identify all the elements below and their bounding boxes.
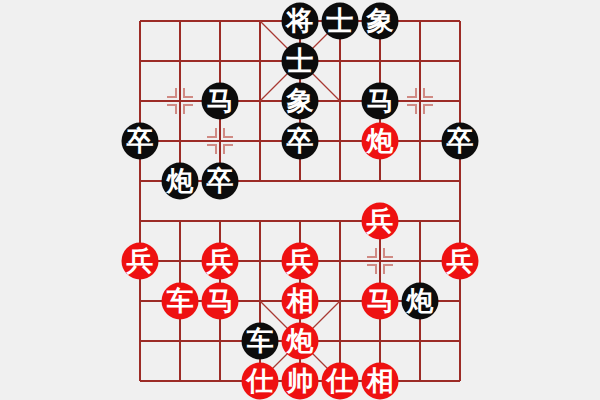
piece-glyph: 卒 (207, 167, 234, 194)
piece-glyph: 马 (207, 287, 234, 314)
piece-red-cannon[interactable]: 炮 (282, 323, 319, 360)
piece-glyph: 卒 (287, 127, 314, 154)
piece-red-pawn[interactable]: 兵 (362, 203, 399, 240)
piece-glyph: 相 (287, 287, 314, 314)
piece-glyph: 车 (247, 327, 274, 354)
piece-glyph: 马 (367, 87, 394, 114)
piece-glyph: 炮 (407, 287, 434, 314)
piece-glyph: 卒 (447, 127, 474, 154)
piece-black-advisor[interactable]: 士 (282, 43, 319, 80)
piece-glyph: 马 (207, 87, 234, 114)
piece-red-horse[interactable]: 马 (362, 283, 399, 320)
piece-red-elephant[interactable]: 相 (282, 283, 319, 320)
piece-glyph: 马 (367, 287, 394, 314)
piece-glyph: 仕 (327, 367, 354, 394)
piece-red-pawn[interactable]: 兵 (442, 243, 479, 280)
piece-red-advisor[interactable]: 仕 (322, 363, 359, 400)
piece-glyph: 士 (327, 7, 354, 34)
piece-glyph: 炮 (167, 167, 194, 194)
piece-black-pawn[interactable]: 卒 (122, 123, 159, 160)
piece-black-cannon[interactable]: 炮 (162, 163, 199, 200)
piece-red-elephant[interactable]: 相 (362, 363, 399, 400)
piece-red-horse[interactable]: 马 (202, 283, 239, 320)
piece-red-cannon[interactable]: 炮 (362, 123, 399, 160)
piece-glyph: 炮 (367, 127, 394, 154)
piece-black-pawn[interactable]: 卒 (282, 123, 319, 160)
piece-glyph: 炮 (287, 327, 314, 354)
piece-black-advisor[interactable]: 士 (322, 3, 359, 40)
piece-black-pawn[interactable]: 卒 (442, 123, 479, 160)
piece-black-elephant[interactable]: 象 (362, 3, 399, 40)
piece-glyph: 帅 (287, 367, 314, 394)
piece-glyph: 兵 (287, 247, 314, 274)
piece-glyph: 兵 (447, 247, 474, 274)
piece-glyph: 相 (367, 367, 394, 394)
piece-black-cannon[interactable]: 炮 (402, 283, 439, 320)
piece-black-horse[interactable]: 马 (362, 83, 399, 120)
piece-red-pawn[interactable]: 兵 (282, 243, 319, 280)
piece-glyph: 仕 (247, 367, 274, 394)
piece-glyph: 兵 (367, 207, 394, 234)
piece-red-pawn[interactable]: 兵 (122, 243, 159, 280)
piece-black-horse[interactable]: 马 (202, 83, 239, 120)
piece-black-general[interactable]: 将 (282, 3, 319, 40)
piece-glyph: 兵 (207, 247, 234, 274)
piece-glyph: 士 (287, 47, 314, 74)
piece-red-advisor[interactable]: 仕 (242, 363, 279, 400)
piece-black-chariot[interactable]: 车 (242, 323, 279, 360)
piece-glyph: 象 (367, 7, 394, 34)
piece-glyph: 将 (287, 7, 314, 34)
piece-black-elephant[interactable]: 象 (282, 83, 319, 120)
piece-glyph: 兵 (127, 247, 154, 274)
xiangqi-app: 将士象士马象马卒卒炮卒炮卒兵兵兵兵兵车马相马炮车炮仕帅仕相 (0, 0, 600, 400)
piece-red-pawn[interactable]: 兵 (202, 243, 239, 280)
piece-glyph: 车 (167, 287, 194, 314)
piece-glyph: 卒 (127, 127, 154, 154)
piece-red-chariot[interactable]: 车 (162, 283, 199, 320)
xiangqi-board[interactable]: 将士象士马象马卒卒炮卒炮卒兵兵兵兵兵车马相马炮车炮仕帅仕相 (0, 0, 600, 400)
piece-red-general[interactable]: 帅 (282, 363, 319, 400)
piece-black-pawn[interactable]: 卒 (202, 163, 239, 200)
piece-glyph: 象 (287, 87, 314, 114)
